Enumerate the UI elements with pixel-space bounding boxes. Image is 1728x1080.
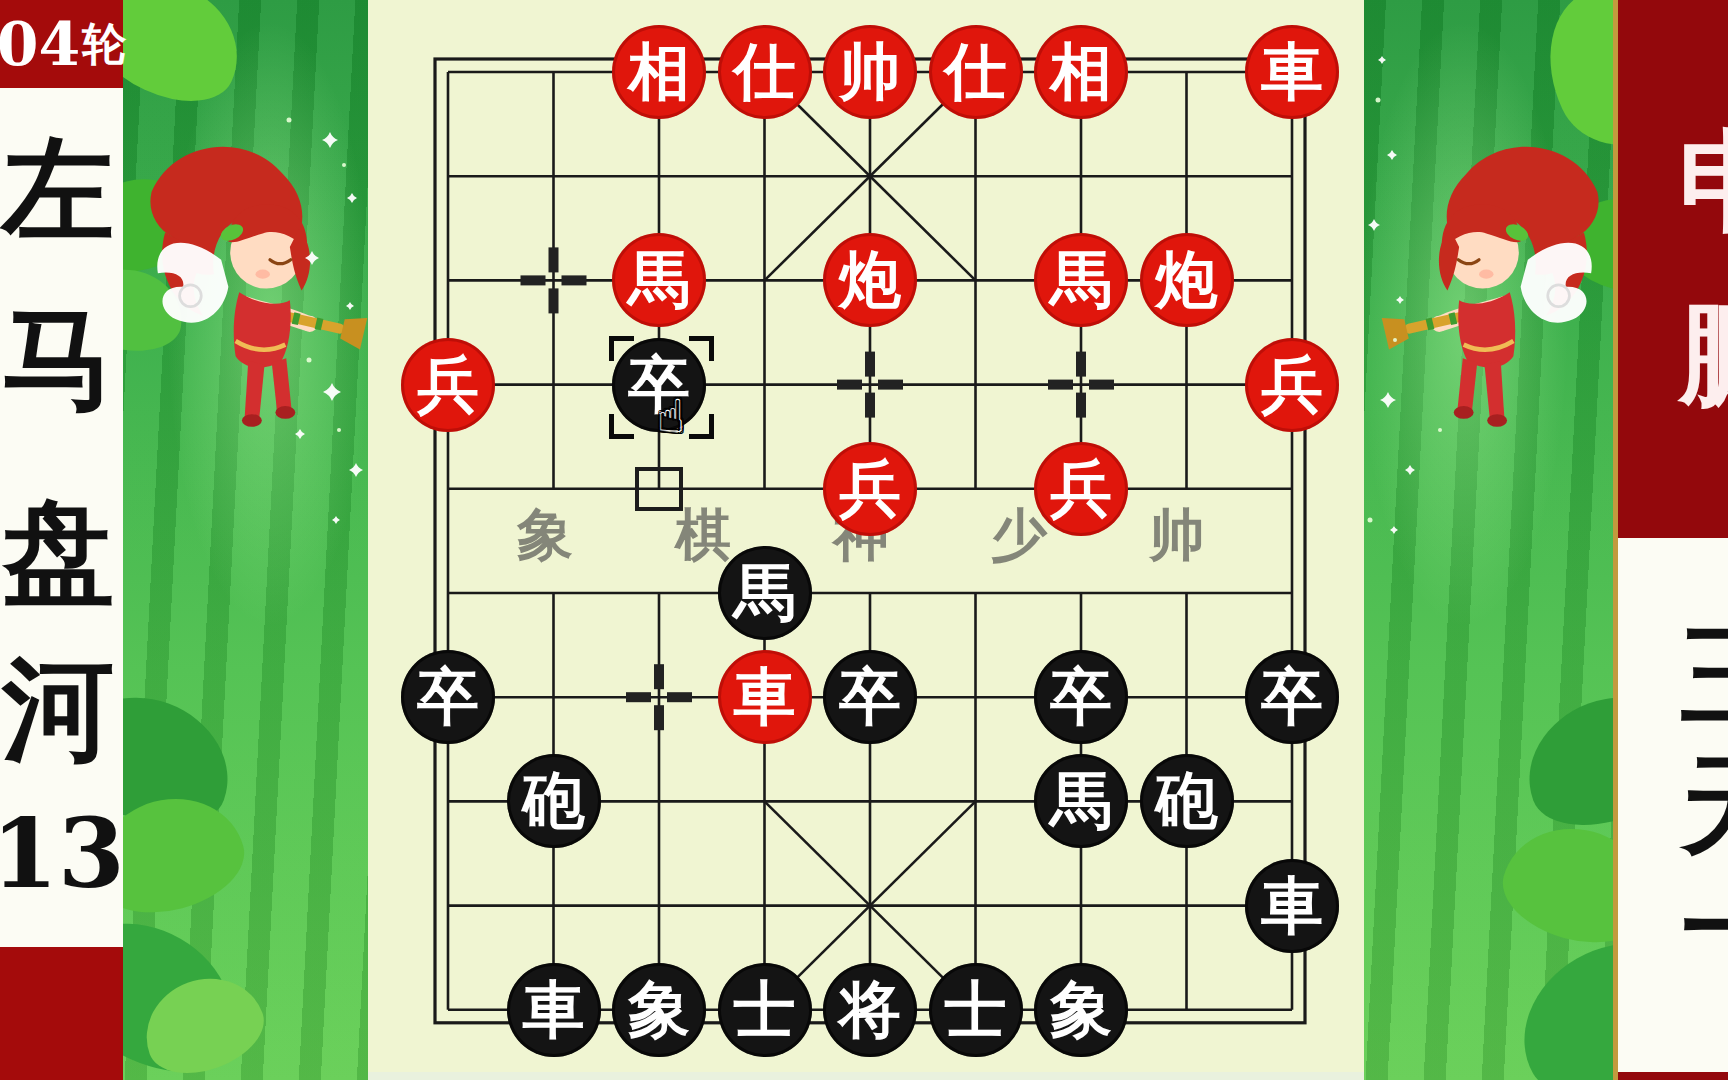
player-top-banner: 申鹏 <box>1613 0 1728 538</box>
opening-title-number: 13 <box>0 797 125 910</box>
black-piece-象[interactable]: 象 <box>1034 963 1128 1057</box>
selection-bracket <box>689 336 714 361</box>
red-piece-馬[interactable]: 馬 <box>1034 233 1128 327</box>
red-piece-兵[interactable]: 兵 <box>1245 338 1339 432</box>
round-number: 04 <box>0 9 80 79</box>
red-piece-兵[interactable]: 兵 <box>1034 442 1128 536</box>
hand-cursor-icon: ☝ <box>657 393 685 439</box>
black-piece-将[interactable]: 将 <box>823 963 917 1057</box>
selection-bracket <box>689 414 714 439</box>
bottom-red-strip <box>1613 1072 1728 1080</box>
red-piece-兵[interactable]: 兵 <box>823 442 917 536</box>
black-piece-卒[interactable]: 卒 <box>401 650 495 744</box>
bottom-edge-strip <box>368 1072 1364 1080</box>
red-piece-車[interactable]: 車 <box>1245 25 1339 119</box>
xiangqi-board-grid <box>0 0 1728 1080</box>
black-piece-卒[interactable]: 卒 <box>1034 650 1128 744</box>
video-frame: 象棋神少帅 相仕帅仕相車馬炮馬炮兵卒兵兵兵馬卒車卒卒卒砲馬砲車車象士将士象 ☝ … <box>0 0 1728 1080</box>
round-suffix: 轮 <box>82 15 126 74</box>
red-piece-馬[interactable]: 馬 <box>612 233 706 327</box>
player-name-char-top: 申 <box>1679 108 1728 259</box>
black-piece-馬[interactable]: 馬 <box>718 546 812 640</box>
year-band: 2021 <box>0 947 123 1080</box>
opening-title-char: 盘 <box>2 478 114 629</box>
red-piece-仕[interactable]: 仕 <box>929 25 1023 119</box>
red-piece-車[interactable]: 車 <box>718 650 812 744</box>
player-bottom-banner: 王天一 <box>1613 538 1728 1072</box>
black-piece-砲[interactable]: 砲 <box>1140 754 1234 848</box>
left-banner-column: 04 轮 左马盘河13 2021 <box>0 0 123 1080</box>
black-piece-馬[interactable]: 馬 <box>1034 754 1128 848</box>
opening-title-char: 左 <box>2 115 114 266</box>
opening-title-char: 河 <box>2 635 114 786</box>
red-piece-相[interactable]: 相 <box>612 25 706 119</box>
black-piece-象[interactable]: 象 <box>612 963 706 1057</box>
red-piece-兵[interactable]: 兵 <box>401 338 495 432</box>
red-piece-相[interactable]: 相 <box>1034 25 1128 119</box>
banner-divider-line <box>1613 0 1618 1080</box>
black-piece-士[interactable]: 士 <box>718 963 812 1057</box>
player-name-char-bottom: 王 <box>1681 604 1728 750</box>
black-piece-士[interactable]: 士 <box>929 963 1023 1057</box>
red-piece-炮[interactable]: 炮 <box>823 233 917 327</box>
black-piece-車[interactable]: 車 <box>507 963 601 1057</box>
right-banner-column: 申鹏 王天一 <box>1613 0 1728 1080</box>
selection-bracket <box>609 414 634 439</box>
red-piece-炮[interactable]: 炮 <box>1140 233 1234 327</box>
selection-bracket <box>609 336 634 361</box>
player-name-char-bottom: 一 <box>1681 857 1728 1003</box>
round-badge: 04 轮 <box>0 0 123 88</box>
black-piece-卒[interactable]: 卒 <box>1245 650 1339 744</box>
player-name-char-top: 鹏 <box>1679 280 1728 431</box>
opening-title-strip: 左马盘河13 <box>0 88 123 947</box>
black-piece-卒[interactable]: 卒 <box>823 650 917 744</box>
opening-title-char: 马 <box>2 285 114 436</box>
red-piece-帅[interactable]: 帅 <box>823 25 917 119</box>
black-piece-車[interactable]: 車 <box>1245 859 1339 953</box>
black-piece-砲[interactable]: 砲 <box>507 754 601 848</box>
move-target-square <box>635 467 683 511</box>
red-piece-仕[interactable]: 仕 <box>718 25 812 119</box>
